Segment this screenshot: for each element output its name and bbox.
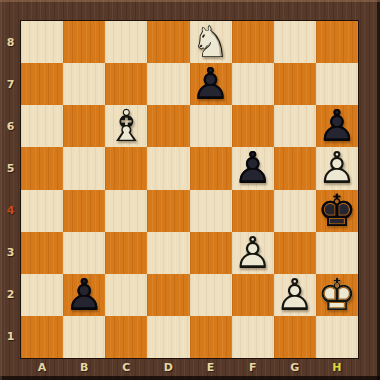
rank-label-3: 3	[0, 232, 21, 274]
rank-label-6: 6	[0, 105, 21, 147]
square-h7[interactable]	[316, 63, 358, 105]
file-labels: ABCDEFGH	[21, 358, 358, 377]
piece-outline-glyph: ♙	[316, 105, 358, 147]
rank-label-1: 1	[0, 316, 21, 358]
square-e4[interactable]	[190, 190, 232, 232]
square-a6[interactable]	[21, 105, 63, 147]
piece-outline-glyph: ♙	[232, 232, 274, 274]
square-d3[interactable]	[147, 232, 189, 274]
square-a1[interactable]	[21, 316, 63, 358]
rank-label-7: 7	[0, 63, 21, 105]
square-b5[interactable]	[63, 147, 105, 189]
square-h3[interactable]	[316, 232, 358, 274]
white-pawn[interactable]: ♟♙	[274, 274, 316, 316]
square-b6[interactable]	[63, 105, 105, 147]
square-d2[interactable]	[147, 274, 189, 316]
black-pawn[interactable]: ♟♙	[190, 63, 232, 105]
black-pawn[interactable]: ♟♙	[232, 147, 274, 189]
square-b2[interactable]: ♟♙	[63, 274, 105, 316]
square-f4[interactable]	[232, 190, 274, 232]
square-b3[interactable]	[63, 232, 105, 274]
square-b8[interactable]	[63, 21, 105, 63]
square-b4[interactable]	[63, 190, 105, 232]
square-e8[interactable]: ♞♘	[190, 21, 232, 63]
square-d1[interactable]	[147, 316, 189, 358]
rank-label-5: 5	[0, 147, 21, 189]
square-f8[interactable]	[232, 21, 274, 63]
square-d6[interactable]	[147, 105, 189, 147]
piece-outline-glyph: ♙	[190, 63, 232, 105]
square-c3[interactable]	[105, 232, 147, 274]
square-d4[interactable]	[147, 190, 189, 232]
square-c5[interactable]	[105, 147, 147, 189]
square-a2[interactable]	[21, 274, 63, 316]
rank-label-4-highlighted: 4	[0, 190, 21, 232]
square-g6[interactable]	[274, 105, 316, 147]
piece-outline-glyph: ♙	[274, 274, 316, 316]
square-g8[interactable]	[274, 21, 316, 63]
square-c2[interactable]	[105, 274, 147, 316]
square-d5[interactable]	[147, 147, 189, 189]
white-king[interactable]: ♚♔	[316, 274, 358, 316]
file-label-e: E	[190, 358, 232, 377]
square-e5[interactable]	[190, 147, 232, 189]
square-b7[interactable]	[63, 63, 105, 105]
black-king[interactable]: ♚♔	[316, 190, 358, 232]
file-label-a: A	[21, 358, 63, 377]
piece-outline-glyph: ♙	[316, 147, 358, 189]
square-c6[interactable]: ♝♗	[105, 105, 147, 147]
piece-outline-glyph: ♔	[316, 190, 358, 232]
square-a5[interactable]	[21, 147, 63, 189]
chess-board: ♞♘♟♙♝♗♟♙♟♙♟♙♚♔♟♙♟♙♟♙♚♔	[21, 21, 358, 358]
square-a4[interactable]	[21, 190, 63, 232]
square-f1[interactable]	[232, 316, 274, 358]
piece-outline-glyph: ♙	[232, 147, 274, 189]
file-label-g: G	[274, 358, 316, 377]
square-h2[interactable]: ♚♔	[316, 274, 358, 316]
square-f7[interactable]	[232, 63, 274, 105]
square-a3[interactable]	[21, 232, 63, 274]
black-pawn[interactable]: ♟♙	[63, 274, 105, 316]
square-e3[interactable]	[190, 232, 232, 274]
rank-labels: 87654321	[0, 21, 21, 358]
square-e6[interactable]	[190, 105, 232, 147]
square-f2[interactable]	[232, 274, 274, 316]
square-g5[interactable]	[274, 147, 316, 189]
square-f5[interactable]: ♟♙	[232, 147, 274, 189]
black-pawn[interactable]: ♟♙	[316, 105, 358, 147]
square-c7[interactable]	[105, 63, 147, 105]
square-g3[interactable]	[274, 232, 316, 274]
white-pawn[interactable]: ♟♙	[232, 232, 274, 274]
piece-outline-glyph: ♙	[63, 274, 105, 316]
piece-outline-glyph: ♘	[190, 21, 232, 63]
square-h5[interactable]: ♟♙	[316, 147, 358, 189]
square-c4[interactable]	[105, 190, 147, 232]
square-e2[interactable]	[190, 274, 232, 316]
square-g1[interactable]	[274, 316, 316, 358]
square-a7[interactable]	[21, 63, 63, 105]
square-d7[interactable]	[147, 63, 189, 105]
square-b1[interactable]	[63, 316, 105, 358]
square-g4[interactable]	[274, 190, 316, 232]
file-label-f: F	[232, 358, 274, 377]
file-label-b: B	[63, 358, 105, 377]
white-pawn[interactable]: ♟♙	[316, 147, 358, 189]
square-c8[interactable]	[105, 21, 147, 63]
chess-board-frame: 87654321 ABCDEFGH ♞♘♟♙♝♗♟♙♟♙♟♙♚♔♟♙♟♙♟♙♚♔	[0, 0, 380, 380]
square-f3[interactable]: ♟♙	[232, 232, 274, 274]
square-h4[interactable]: ♚♔	[316, 190, 358, 232]
rank-label-2: 2	[0, 274, 21, 316]
square-f6[interactable]	[232, 105, 274, 147]
square-h6[interactable]: ♟♙	[316, 105, 358, 147]
white-knight[interactable]: ♞♘	[190, 21, 232, 63]
square-h1[interactable]	[316, 316, 358, 358]
square-g7[interactable]	[274, 63, 316, 105]
white-bishop[interactable]: ♝♗	[105, 105, 147, 147]
file-label-c: C	[105, 358, 147, 377]
file-label-h-highlighted: H	[316, 358, 358, 377]
square-c1[interactable]	[105, 316, 147, 358]
square-g2[interactable]: ♟♙	[274, 274, 316, 316]
piece-outline-glyph: ♗	[105, 105, 147, 147]
rank-label-8: 8	[0, 21, 21, 63]
square-a8[interactable]	[21, 21, 63, 63]
square-e7[interactable]: ♟♙	[190, 63, 232, 105]
square-e1[interactable]	[190, 316, 232, 358]
square-d8[interactable]	[147, 21, 189, 63]
piece-outline-glyph: ♔	[316, 274, 358, 316]
square-h8[interactable]	[316, 21, 358, 63]
file-label-d: D	[147, 358, 189, 377]
